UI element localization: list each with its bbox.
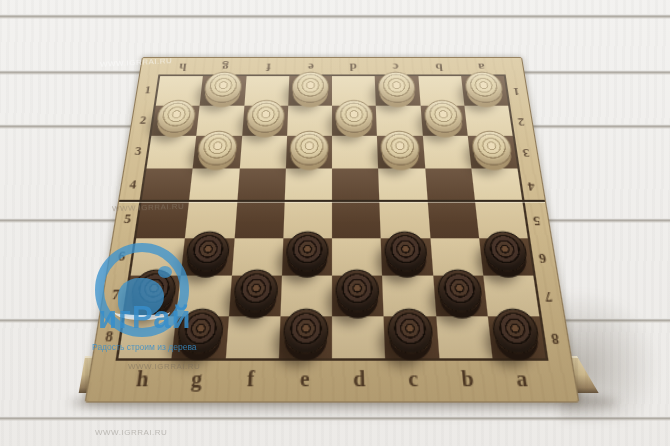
square-b2[interactable]	[420, 105, 467, 136]
square-d4[interactable]	[332, 168, 380, 202]
square-b5[interactable]	[427, 202, 479, 238]
square-c6[interactable]	[381, 238, 433, 276]
dark-checker-b7[interactable]	[436, 269, 483, 312]
light-checker-e1[interactable]	[291, 71, 329, 102]
file-label-top-d: d	[332, 59, 375, 76]
file-label-bottom-b: b	[439, 360, 497, 400]
rank-label-right-8: 8	[540, 316, 569, 359]
square-f4[interactable]	[237, 168, 286, 202]
light-checker-c3[interactable]	[380, 131, 421, 165]
file-label-bottom-c: c	[385, 360, 441, 400]
dark-checker-e6[interactable]	[286, 232, 329, 272]
square-b7[interactable]	[433, 276, 488, 316]
rank-label-right-2: 2	[509, 105, 533, 136]
watermark-slogan: Радость строим из дерева	[92, 342, 197, 352]
square-d7[interactable]	[332, 276, 384, 316]
dark-checker-c8[interactable]	[387, 309, 434, 354]
light-checker-f2[interactable]	[245, 100, 285, 133]
light-checker-g3[interactable]	[197, 131, 239, 165]
light-checker-c1[interactable]	[378, 71, 417, 102]
square-g3[interactable]	[193, 136, 242, 168]
watermark-logo-dot	[158, 266, 172, 278]
square-b3[interactable]	[422, 136, 471, 168]
rank-label-right-6: 6	[529, 238, 556, 276]
file-label-bottom-d: d	[332, 360, 387, 400]
square-d3[interactable]	[332, 136, 378, 168]
square-a4[interactable]	[471, 168, 522, 202]
light-checker-g1[interactable]	[203, 71, 243, 102]
square-b8[interactable]	[436, 316, 493, 359]
dark-checker-c6[interactable]	[384, 232, 428, 272]
square-e1[interactable]	[288, 76, 332, 105]
square-a3[interactable]	[467, 136, 517, 168]
rank-label-right-5: 5	[524, 202, 550, 238]
square-c8[interactable]	[384, 316, 439, 359]
square-e3[interactable]	[286, 136, 332, 168]
file-labels-top: hgfedcba	[160, 59, 503, 76]
dark-checker-e8[interactable]	[283, 309, 328, 354]
square-d5[interactable]	[332, 202, 381, 238]
file-label-top-f: f	[246, 59, 290, 76]
square-g4[interactable]	[189, 168, 239, 202]
square-f2[interactable]	[242, 105, 288, 136]
file-label-bottom-e: e	[277, 360, 332, 400]
light-checker-a3[interactable]	[470, 131, 513, 165]
square-d2[interactable]	[332, 105, 377, 136]
square-c3[interactable]	[377, 136, 425, 168]
watermark-logo-text: игРай	[98, 300, 192, 336]
file-label-bottom-a: a	[492, 360, 551, 400]
square-g1[interactable]	[200, 76, 246, 105]
light-checker-h2[interactable]	[155, 100, 197, 133]
square-a8[interactable]	[487, 316, 545, 359]
square-c1[interactable]	[375, 76, 420, 105]
dark-checker-f7[interactable]	[232, 269, 278, 312]
light-checker-d2[interactable]	[335, 100, 373, 133]
square-d8[interactable]	[332, 316, 385, 359]
square-f8[interactable]	[225, 316, 280, 359]
square-f3[interactable]	[239, 136, 287, 168]
square-c4[interactable]	[378, 168, 427, 202]
square-g6[interactable]	[181, 238, 234, 276]
rank-label-right-1: 1	[505, 76, 528, 105]
square-a1[interactable]	[461, 76, 508, 105]
square-f7[interactable]	[228, 276, 281, 316]
file-label-top-b: b	[417, 59, 461, 76]
dark-checker-a6[interactable]	[482, 232, 529, 272]
rank-label-right-3: 3	[514, 136, 539, 168]
light-checker-b2[interactable]	[423, 100, 464, 133]
photo-canvas: hgfedcba hgfedcba 12345678 12345678 игРа…	[0, 0, 670, 446]
watermark-url: WWW.IGRRAI.RU	[95, 428, 167, 437]
dark-checker-g6[interactable]	[185, 232, 231, 272]
rank-label-right-7: 7	[535, 276, 563, 316]
light-checker-a1[interactable]	[464, 71, 505, 102]
rank-label-right-4: 4	[519, 168, 544, 202]
square-e4[interactable]	[284, 168, 332, 202]
file-label-bottom-f: f	[222, 360, 278, 400]
square-f5[interactable]	[234, 202, 284, 238]
square-h2[interactable]	[151, 105, 200, 136]
square-b4[interactable]	[425, 168, 475, 202]
square-e6[interactable]	[282, 238, 332, 276]
square-e8[interactable]	[279, 316, 332, 359]
square-h3[interactable]	[147, 136, 197, 168]
square-a6[interactable]	[479, 238, 534, 276]
square-h4[interactable]	[142, 168, 193, 202]
plank-gap-line	[0, 14, 670, 19]
watermark-url: WWW.IGRRAI.RU	[128, 362, 200, 371]
light-checker-e3[interactable]	[289, 131, 328, 165]
dark-checker-d7[interactable]	[336, 269, 380, 312]
dark-checker-a8[interactable]	[491, 309, 542, 354]
